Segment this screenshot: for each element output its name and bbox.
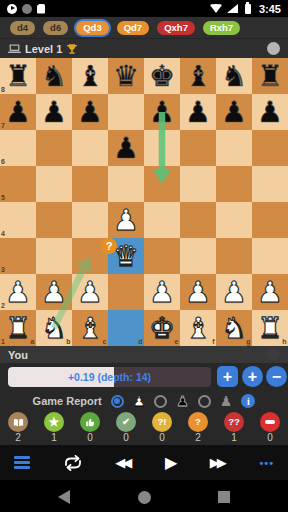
white-pawn-e2: ♟ xyxy=(144,274,180,310)
plus-button[interactable]: + xyxy=(242,366,263,387)
grey-pawn-icon: ♟ xyxy=(220,394,233,408)
black-knight-g8: ♞ xyxy=(216,58,252,94)
square-g4[interactable] xyxy=(216,202,252,238)
mistake-icon[interactable]: ? xyxy=(188,412,208,432)
square-d4[interactable]: ♟ xyxy=(108,202,144,238)
square-e7[interactable]: ♟ xyxy=(144,94,180,130)
info-button[interactable]: i xyxy=(241,394,255,408)
file-label-a: a xyxy=(31,338,35,345)
move-chip-Qd7[interactable]: Qd7 xyxy=(117,21,149,35)
inaccuracy-count: 0 xyxy=(159,432,165,443)
black-pawn-g7: ♟ xyxy=(216,94,252,130)
white-pawn-a2: ♟ xyxy=(0,274,36,310)
best-icon[interactable]: ✔ xyxy=(116,412,136,432)
file-label-d: d xyxy=(138,338,142,345)
square-f1[interactable]: f♝ xyxy=(180,310,216,346)
move-list: d4d6Qd3Qd7Qxh7Rxh7 xyxy=(0,17,288,38)
move-chip-d4[interactable]: d4 xyxy=(10,21,35,35)
forward-button[interactable]: ▶▶ xyxy=(210,456,227,469)
android-status-bar: 3:45 xyxy=(0,0,288,17)
chess-app: 3:45 d4d6Qd3Qd7Qxh7Rxh7 Level 1 8♜♞♝♛♚♝♞… xyxy=(0,0,288,512)
square-a3[interactable]: 3 xyxy=(0,238,36,274)
bottom-toolbar: ◀◀ ▶ ▶▶ ••• xyxy=(0,445,288,480)
trophy-icon xyxy=(66,43,78,55)
file-label-b: b xyxy=(66,338,70,345)
square-g8[interactable]: ♞ xyxy=(216,58,252,94)
square-c8[interactable]: ♝ xyxy=(72,58,108,94)
square-h3[interactable] xyxy=(252,238,288,274)
square-f8[interactable]: ♝ xyxy=(180,58,216,94)
book-icon[interactable] xyxy=(8,412,28,432)
inaccuracy-icon[interactable]: ?! xyxy=(152,412,172,432)
move-chip-Qxh7[interactable]: Qxh7 xyxy=(157,21,195,35)
square-b5[interactable] xyxy=(36,166,72,202)
opponent-bar: Level 1 xyxy=(0,38,288,58)
square-e8[interactable]: ♚ xyxy=(144,58,180,94)
status-time: 3:45 xyxy=(259,3,281,15)
square-b4[interactable] xyxy=(36,202,72,238)
square-e1[interactable]: e♚ xyxy=(144,310,180,346)
black-pawn-e7: ♟ xyxy=(144,94,180,130)
black-queen-d8: ♛ xyxy=(108,58,144,94)
menu-icon[interactable] xyxy=(14,456,30,469)
notification-dot-icon xyxy=(22,4,32,14)
filter-black-radio[interactable] xyxy=(154,395,167,408)
square-e5[interactable] xyxy=(144,166,180,202)
player-bar: You xyxy=(0,346,288,363)
mistake-badge: ? xyxy=(101,238,117,254)
play-button[interactable]: ▶ xyxy=(165,455,177,471)
rank-label-8: 8 xyxy=(1,86,5,93)
rank-label-7: 7 xyxy=(1,122,5,129)
square-g6[interactable] xyxy=(216,130,252,166)
minus-button[interactable]: − xyxy=(266,366,287,387)
black-bishop-c8: ♝ xyxy=(72,58,108,94)
square-a5[interactable]: 5 xyxy=(0,166,36,202)
miss-count: 0 xyxy=(267,432,273,443)
square-b1[interactable]: b♞ xyxy=(36,310,72,346)
square-c6[interactable] xyxy=(72,130,108,166)
notification-card-icon xyxy=(37,4,45,14)
square-a4[interactable]: 4 xyxy=(0,202,36,238)
white-pawn-d4: ♟ xyxy=(108,202,144,238)
file-label-h: h xyxy=(282,338,286,345)
square-c4[interactable] xyxy=(72,202,108,238)
square-h1[interactable]: h♜ xyxy=(252,310,288,346)
square-e2[interactable]: ♟ xyxy=(144,274,180,310)
square-c2[interactable]: ♟ xyxy=(72,274,108,310)
black-pawn-icon: ♟ xyxy=(176,394,189,408)
white-pawn-g2: ♟ xyxy=(216,274,252,310)
opponent-avatar xyxy=(267,42,280,55)
black-bishop-f8: ♝ xyxy=(180,58,216,94)
square-f5[interactable] xyxy=(180,166,216,202)
move-chip-Qd3[interactable]: Qd3 xyxy=(76,21,108,35)
black-rook-h8: ♜ xyxy=(252,58,288,94)
evaluation-row: +0.19 (depth: 14) + + − xyxy=(0,363,288,391)
square-a6[interactable]: 6 xyxy=(0,130,36,166)
home-button[interactable] xyxy=(138,491,151,504)
mistake-count: 2 xyxy=(195,432,201,443)
square-h5[interactable] xyxy=(252,166,288,202)
square-g1[interactable]: g♞ xyxy=(216,310,252,346)
square-e3[interactable] xyxy=(144,238,180,274)
square-f6[interactable] xyxy=(180,130,216,166)
square-d3[interactable]: ♛? xyxy=(108,238,144,274)
rank-label-5: 5 xyxy=(1,194,5,201)
rank-label-6: 6 xyxy=(1,158,5,165)
square-g2[interactable]: ♟ xyxy=(216,274,252,310)
recents-button[interactable] xyxy=(218,491,230,503)
classification-mistake: ?2 xyxy=(180,412,216,445)
square-h4[interactable] xyxy=(252,202,288,238)
classification-book: 2 xyxy=(0,412,36,445)
great-count: 0 xyxy=(87,432,93,443)
file-label-e: e xyxy=(175,338,179,345)
classification-inaccuracy: ?!0 xyxy=(144,412,180,445)
game-report-row: Game Report ♟ ♟ ♟ i xyxy=(0,391,288,411)
rank-label-1: 1 xyxy=(1,338,5,345)
file-label-g: g xyxy=(246,338,250,345)
square-g3[interactable] xyxy=(216,238,252,274)
rank-label-2: 2 xyxy=(1,302,5,309)
square-a1[interactable]: 1a♜ xyxy=(0,310,36,346)
rank-label-4: 4 xyxy=(1,230,5,237)
more-button[interactable]: ••• xyxy=(259,457,274,469)
square-b8[interactable]: ♞ xyxy=(36,58,72,94)
square-d6[interactable]: ♟ xyxy=(108,130,144,166)
classification-blunder: ??1 xyxy=(216,412,252,445)
white-pawn-h2: ♟ xyxy=(252,274,288,310)
square-g7[interactable]: ♟ xyxy=(216,94,252,130)
square-d8[interactable]: ♛ xyxy=(108,58,144,94)
black-pawn-b7: ♟ xyxy=(36,94,72,130)
back-button[interactable] xyxy=(58,490,70,504)
square-d7[interactable] xyxy=(108,94,144,130)
square-h6[interactable] xyxy=(252,130,288,166)
classification-best: ✔0 xyxy=(108,412,144,445)
battery-icon xyxy=(245,4,251,14)
square-a8[interactable]: 8♜ xyxy=(0,58,36,94)
square-g5[interactable] xyxy=(216,166,252,202)
square-d2[interactable] xyxy=(108,274,144,310)
best-count: 0 xyxy=(123,432,129,443)
square-b7[interactable]: ♟ xyxy=(36,94,72,130)
square-c1[interactable]: c♝ xyxy=(72,310,108,346)
square-c7[interactable]: ♟ xyxy=(72,94,108,130)
black-pawn-a7: ♟ xyxy=(0,94,36,130)
opponent-name: Level 1 xyxy=(25,43,62,55)
great-icon[interactable] xyxy=(80,412,100,432)
black-pawn-h7: ♟ xyxy=(252,94,288,130)
evaluation-text: +0.19 (depth: 14) xyxy=(8,367,211,387)
classification-badges: 2★10✔0?!0?2??10 xyxy=(0,411,288,445)
rewind-button[interactable]: ◀◀ xyxy=(115,456,132,469)
notification-play-icon xyxy=(7,4,17,14)
square-c5[interactable] xyxy=(72,166,108,202)
move-chip-d6[interactable]: d6 xyxy=(43,21,68,35)
white-pawn-f2: ♟ xyxy=(180,274,216,310)
filter-white-radio[interactable] xyxy=(111,395,124,408)
blunder-count: 1 xyxy=(231,432,237,443)
black-rook-a8: ♜ xyxy=(0,58,36,94)
black-pawn-f7: ♟ xyxy=(180,94,216,130)
chess-board: 8♜♞♝♛♚♝♞♜7♟♟♟♟♟♟♟6♟54♟3♛?2♟♟♟♟♟♟♟1a♜b♞c♝… xyxy=(0,58,288,346)
filter-both-radio[interactable] xyxy=(198,395,211,408)
player-avatar xyxy=(267,348,280,361)
black-knight-b8: ♞ xyxy=(36,58,72,94)
black-pawn-c7: ♟ xyxy=(72,94,108,130)
repeat-icon[interactable] xyxy=(63,455,83,471)
square-f7[interactable]: ♟ xyxy=(180,94,216,130)
move-chip-Rxh7[interactable]: Rxh7 xyxy=(203,21,240,35)
square-f4[interactable] xyxy=(180,202,216,238)
android-nav-bar xyxy=(0,480,288,512)
cell-signal-icon xyxy=(227,4,238,13)
square-d5[interactable] xyxy=(108,166,144,202)
book-count: 2 xyxy=(15,432,21,443)
file-label-f: f xyxy=(212,338,214,345)
wifi-icon xyxy=(210,4,222,13)
white-pawn-c2: ♟ xyxy=(72,274,108,310)
black-pawn-d6: ♟ xyxy=(108,130,144,166)
white-pawn-b2: ♟ xyxy=(36,274,72,310)
blunder-icon[interactable]: ?? xyxy=(224,412,244,432)
computer-icon xyxy=(8,43,21,54)
miss-icon[interactable] xyxy=(260,412,280,432)
player-name: You xyxy=(8,349,28,361)
rank-label-3: 3 xyxy=(1,266,5,273)
square-b6[interactable] xyxy=(36,130,72,166)
classification-brilliant: ★1 xyxy=(36,412,72,445)
brilliant-icon[interactable]: ★ xyxy=(44,412,64,432)
brilliant-count: 1 xyxy=(51,432,57,443)
square-a7[interactable]: 7♟ xyxy=(0,94,36,130)
game-report-title: Game Report xyxy=(33,395,102,407)
black-king-e8: ♚ xyxy=(144,58,180,94)
square-d1[interactable]: d xyxy=(108,310,144,346)
square-f2[interactable]: ♟ xyxy=(180,274,216,310)
square-b3[interactable] xyxy=(36,238,72,274)
square-f3[interactable] xyxy=(180,238,216,274)
square-h7[interactable]: ♟ xyxy=(252,94,288,130)
file-label-c: c xyxy=(103,338,107,345)
square-h2[interactable]: ♟ xyxy=(252,274,288,310)
square-b2[interactable]: ♟ xyxy=(36,274,72,310)
classification-great: 0 xyxy=(72,412,108,445)
white-pawn-icon: ♟ xyxy=(133,394,146,408)
classification-miss: 0 xyxy=(252,412,288,445)
expand-button[interactable]: + xyxy=(217,366,238,387)
square-h8[interactable]: ♜ xyxy=(252,58,288,94)
square-a2[interactable]: 2♟ xyxy=(0,274,36,310)
square-e6[interactable] xyxy=(144,130,180,166)
white-bishop-f1: ♝ xyxy=(180,310,216,346)
square-e4[interactable] xyxy=(144,202,180,238)
